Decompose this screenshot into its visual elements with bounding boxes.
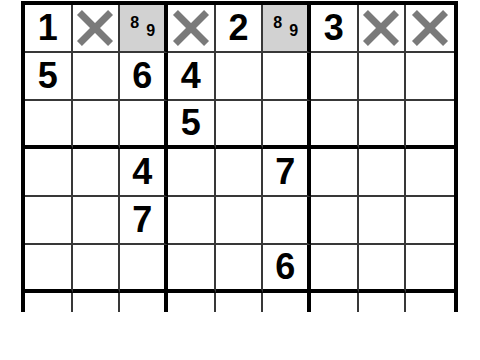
sudoku-board: 189289356454776 (21, 1, 458, 312)
cell-r1c7[interactable]: 3 (311, 5, 359, 53)
cell-r7c2[interactable] (73, 293, 121, 312)
given-digit: 5 (38, 58, 58, 94)
cell-r1c3[interactable]: 89 (120, 5, 168, 53)
cell-r4c7[interactable] (311, 149, 359, 197)
cell-r4c5[interactable] (216, 149, 264, 197)
cell-r2c4[interactable]: 4 (168, 53, 216, 101)
cell-r6c9[interactable] (406, 245, 454, 293)
given-digit: 6 (275, 249, 295, 285)
given-digit: 7 (275, 154, 295, 190)
candidate-8: 8 (273, 15, 282, 31)
cell-r4c1[interactable] (25, 149, 73, 197)
cell-r5c5[interactable] (216, 197, 264, 245)
cell-r5c8[interactable] (359, 197, 407, 245)
given-digit: 6 (132, 58, 152, 94)
cell-r1c5[interactable]: 2 (216, 5, 264, 53)
cell-r5c6[interactable] (263, 197, 311, 245)
cell-r5c1[interactable] (25, 197, 73, 245)
cross-mark-icon (78, 11, 112, 45)
cell-r2c5[interactable] (216, 53, 264, 101)
cell-r3c8[interactable] (359, 101, 407, 149)
cell-r7c6[interactable] (263, 293, 311, 312)
candidate-9: 9 (146, 23, 155, 39)
cell-r1c2[interactable] (73, 5, 121, 53)
cell-r7c9[interactable] (406, 293, 454, 312)
cell-r7c8[interactable] (359, 293, 407, 312)
cell-r1c4[interactable] (168, 5, 216, 53)
cell-r3c6[interactable] (263, 101, 311, 149)
cell-r7c1[interactable] (25, 293, 73, 312)
candidate-9: 9 (289, 23, 298, 39)
cell-r7c5[interactable] (216, 293, 264, 312)
cell-r2c2[interactable] (73, 53, 121, 101)
cell-r7c7[interactable] (311, 293, 359, 312)
cell-r5c3[interactable]: 7 (120, 197, 168, 245)
cell-r6c7[interactable] (311, 245, 359, 293)
cell-r5c7[interactable] (311, 197, 359, 245)
cell-r2c6[interactable] (263, 53, 311, 101)
cross-mark-icon (174, 11, 208, 45)
given-digit: 1 (38, 10, 58, 46)
cell-r6c1[interactable] (25, 245, 73, 293)
cell-r5c4[interactable] (168, 197, 216, 245)
cell-r7c4[interactable] (168, 293, 216, 312)
cell-r4c6[interactable]: 7 (263, 149, 311, 197)
given-digit: 4 (181, 58, 201, 94)
given-digit: 7 (132, 202, 152, 238)
cell-r4c2[interactable] (73, 149, 121, 197)
cell-r4c9[interactable] (406, 149, 454, 197)
cell-r6c8[interactable] (359, 245, 407, 293)
cell-r3c2[interactable] (73, 101, 121, 149)
cell-r2c3[interactable]: 6 (120, 53, 168, 101)
cell-r6c2[interactable] (73, 245, 121, 293)
cross-mark-icon (364, 11, 398, 45)
cross-mark-icon (413, 11, 447, 45)
cell-r6c3[interactable] (120, 245, 168, 293)
cell-r3c7[interactable] (311, 101, 359, 149)
given-digit: 4 (132, 154, 152, 190)
given-digit: 5 (181, 105, 201, 141)
cell-r5c9[interactable] (406, 197, 454, 245)
cell-r1c6[interactable]: 89 (263, 5, 311, 53)
cell-r3c3[interactable] (120, 101, 168, 149)
cell-r3c5[interactable] (216, 101, 264, 149)
candidate-8: 8 (130, 15, 139, 31)
given-digit: 2 (228, 10, 248, 46)
cell-r4c4[interactable] (168, 149, 216, 197)
cell-r6c5[interactable] (216, 245, 264, 293)
cell-r2c1[interactable]: 5 (25, 53, 73, 101)
cell-r7c3[interactable] (120, 293, 168, 312)
cell-r2c9[interactable] (406, 53, 454, 101)
cell-r5c2[interactable] (73, 197, 121, 245)
cell-r1c9[interactable] (406, 5, 454, 53)
cell-r3c9[interactable] (406, 101, 454, 149)
cell-r6c6[interactable]: 6 (263, 245, 311, 293)
cell-r4c8[interactable] (359, 149, 407, 197)
cell-r6c4[interactable] (168, 245, 216, 293)
sudoku-grid: 189289356454776 (25, 5, 454, 312)
given-digit: 3 (324, 10, 344, 46)
cell-r4c3[interactable]: 4 (120, 149, 168, 197)
cell-r3c1[interactable] (25, 101, 73, 149)
cell-r2c7[interactable] (311, 53, 359, 101)
cell-r1c8[interactable] (359, 5, 407, 53)
cell-r1c1[interactable]: 1 (25, 5, 73, 53)
cell-r3c4[interactable]: 5 (168, 101, 216, 149)
cell-r2c8[interactable] (359, 53, 407, 101)
